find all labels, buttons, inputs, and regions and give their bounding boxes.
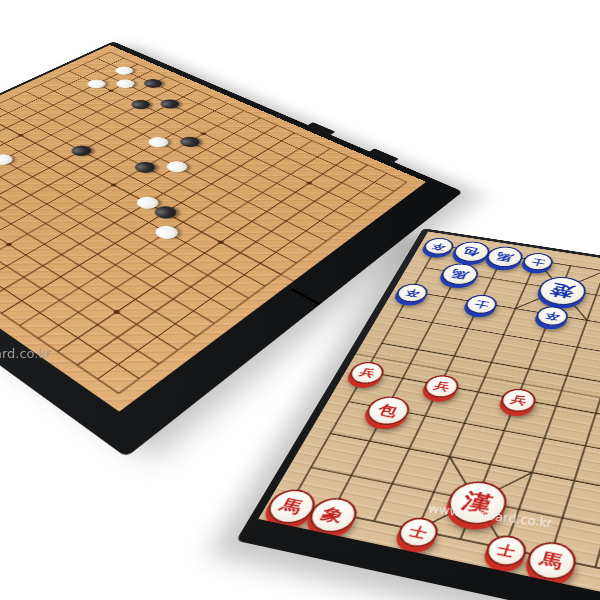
janggi-piece-glyph: 士 [496,542,517,559]
janggi-piece-glyph: 漢 [459,490,495,516]
janggi-piece-glyph: 卒 [404,288,421,298]
janggi-piece-glyph: 馬 [538,550,565,571]
janggi-piece-glyph: 包 [461,246,481,257]
janggi-piece-glyph: 馬 [277,496,305,515]
janggi-piece-glyph: 兵 [432,381,451,393]
janggi-piece-glyph: 包 [375,402,400,418]
janggi-piece-glyph: 馬 [449,268,470,280]
janggi-piece-glyph: 兵 [509,394,528,407]
janggi-piece-glyph: 卒 [431,242,447,251]
janggi-piece-glyph: 士 [473,299,490,309]
product-photo: 卒包馬士馬楚卒士卒兵兵兵包漢馬象士士馬 ard.co.kr www.miboar… [0,0,600,600]
janggi-piece-glyph: 楚 [548,282,576,299]
janggi-piece-glyph: 兵 [357,367,376,379]
go-case-split-line [291,289,321,306]
janggi-piece-glyph: 士 [407,524,429,540]
janggi-piece-glyph: 馬 [494,251,514,263]
janggi-piece-glyph: 卒 [544,311,561,321]
janggi-piece-glyph: 象 [319,505,347,525]
janggi-piece-glyph: 士 [530,257,546,266]
